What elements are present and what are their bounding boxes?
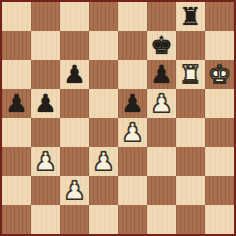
square-e4[interactable]: ♟ xyxy=(118,118,147,147)
square-e8[interactable] xyxy=(118,2,147,31)
square-d4[interactable] xyxy=(89,118,118,147)
square-e1[interactable] xyxy=(118,205,147,234)
square-c5[interactable] xyxy=(60,89,89,118)
square-e6[interactable] xyxy=(118,60,147,89)
black-king[interactable]: ♚ xyxy=(150,31,172,60)
square-g8[interactable]: ♜ xyxy=(176,2,205,31)
square-b4[interactable] xyxy=(31,118,60,147)
square-h4[interactable] xyxy=(205,118,234,147)
square-h1[interactable] xyxy=(205,205,234,234)
square-a2[interactable] xyxy=(2,176,31,205)
square-d8[interactable] xyxy=(89,2,118,31)
square-d2[interactable] xyxy=(89,176,118,205)
square-d6[interactable] xyxy=(89,60,118,89)
square-f3[interactable] xyxy=(147,147,176,176)
square-f6[interactable]: ♟ xyxy=(147,60,176,89)
square-a4[interactable] xyxy=(2,118,31,147)
square-b2[interactable] xyxy=(31,176,60,205)
white-king[interactable]: ♚ xyxy=(208,60,230,89)
square-f8[interactable] xyxy=(147,2,176,31)
square-f5[interactable]: ♟ xyxy=(147,89,176,118)
square-a8[interactable] xyxy=(2,2,31,31)
square-g2[interactable] xyxy=(176,176,205,205)
square-g4[interactable] xyxy=(176,118,205,147)
square-f4[interactable] xyxy=(147,118,176,147)
black-rook[interactable]: ♜ xyxy=(179,2,201,31)
black-pawn[interactable]: ♟ xyxy=(121,89,143,118)
square-g6[interactable]: ♜ xyxy=(176,60,205,89)
square-b1[interactable] xyxy=(31,205,60,234)
square-h6[interactable]: ♚ xyxy=(205,60,234,89)
square-c1[interactable] xyxy=(60,205,89,234)
square-c6[interactable]: ♟ xyxy=(60,60,89,89)
square-a3[interactable] xyxy=(2,147,31,176)
square-d1[interactable] xyxy=(89,205,118,234)
square-a7[interactable] xyxy=(2,31,31,60)
white-pawn[interactable]: ♟ xyxy=(121,118,143,147)
chess-board: ♜♚♟♟♜♚♟♟♟♟♟♟♟♟ xyxy=(2,2,234,234)
black-pawn[interactable]: ♟ xyxy=(150,60,172,89)
square-f2[interactable] xyxy=(147,176,176,205)
square-b3[interactable]: ♟ xyxy=(31,147,60,176)
chess-board-frame: ♜♚♟♟♜♚♟♟♟♟♟♟♟♟ xyxy=(0,0,236,236)
square-f1[interactable] xyxy=(147,205,176,234)
square-g1[interactable] xyxy=(176,205,205,234)
square-c7[interactable] xyxy=(60,31,89,60)
black-pawn[interactable]: ♟ xyxy=(5,89,27,118)
square-a6[interactable] xyxy=(2,60,31,89)
white-pawn[interactable]: ♟ xyxy=(34,147,56,176)
square-c8[interactable] xyxy=(60,2,89,31)
square-b5[interactable]: ♟ xyxy=(31,89,60,118)
square-c4[interactable] xyxy=(60,118,89,147)
square-e5[interactable]: ♟ xyxy=(118,89,147,118)
square-e7[interactable] xyxy=(118,31,147,60)
white-pawn[interactable]: ♟ xyxy=(150,89,172,118)
square-d3[interactable]: ♟ xyxy=(89,147,118,176)
square-b7[interactable] xyxy=(31,31,60,60)
white-rook[interactable]: ♜ xyxy=(179,60,201,89)
square-g3[interactable] xyxy=(176,147,205,176)
square-h7[interactable] xyxy=(205,31,234,60)
square-b8[interactable] xyxy=(31,2,60,31)
square-h2[interactable] xyxy=(205,176,234,205)
square-h5[interactable] xyxy=(205,89,234,118)
square-h8[interactable] xyxy=(205,2,234,31)
square-c3[interactable] xyxy=(60,147,89,176)
square-g5[interactable] xyxy=(176,89,205,118)
square-d7[interactable] xyxy=(89,31,118,60)
black-pawn[interactable]: ♟ xyxy=(63,60,85,89)
square-a5[interactable]: ♟ xyxy=(2,89,31,118)
square-g7[interactable] xyxy=(176,31,205,60)
square-d5[interactable] xyxy=(89,89,118,118)
square-h3[interactable] xyxy=(205,147,234,176)
square-e3[interactable] xyxy=(118,147,147,176)
square-c2[interactable]: ♟ xyxy=(60,176,89,205)
white-pawn[interactable]: ♟ xyxy=(92,147,114,176)
white-pawn[interactable]: ♟ xyxy=(63,176,85,205)
square-b6[interactable] xyxy=(31,60,60,89)
square-f7[interactable]: ♚ xyxy=(147,31,176,60)
square-e2[interactable] xyxy=(118,176,147,205)
square-a1[interactable] xyxy=(2,205,31,234)
black-pawn[interactable]: ♟ xyxy=(34,89,56,118)
